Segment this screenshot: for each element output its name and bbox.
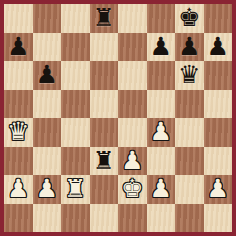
black-pawn-g7: ♟ (178, 33, 200, 62)
square-d7[interactable] (90, 33, 119, 62)
square-a6[interactable] (4, 61, 33, 90)
square-h4[interactable] (204, 118, 233, 147)
square-g7[interactable]: ♟ (175, 33, 204, 62)
square-b4[interactable] (33, 118, 62, 147)
square-a1[interactable] (4, 204, 33, 233)
square-a2[interactable]: ♟ (4, 175, 33, 204)
square-a5[interactable] (4, 90, 33, 119)
square-f8[interactable] (147, 4, 176, 33)
square-f6[interactable] (147, 61, 176, 90)
square-e4[interactable] (118, 118, 147, 147)
square-h8[interactable] (204, 4, 233, 33)
square-c5[interactable] (61, 90, 90, 119)
square-c2[interactable]: ♜ (61, 175, 90, 204)
square-f5[interactable] (147, 90, 176, 119)
black-king-g8: ♚ (178, 4, 200, 33)
black-pawn-f7: ♟ (150, 33, 172, 62)
square-d1[interactable] (90, 204, 119, 233)
square-h5[interactable] (204, 90, 233, 119)
black-pawn-a7: ♟ (7, 33, 29, 62)
board-frame: ♜♚♟♟♟♟♟♛♛♟♜♟♟♟♜♚♟♟ (0, 0, 236, 236)
square-f4[interactable]: ♟ (147, 118, 176, 147)
white-queen-a4: ♛ (7, 118, 29, 147)
white-pawn-h2: ♟ (207, 175, 229, 204)
square-g8[interactable]: ♚ (175, 4, 204, 33)
square-h7[interactable]: ♟ (204, 33, 233, 62)
square-g3[interactable] (175, 147, 204, 176)
square-d3[interactable]: ♜ (90, 147, 119, 176)
square-h2[interactable]: ♟ (204, 175, 233, 204)
square-f7[interactable]: ♟ (147, 33, 176, 62)
white-pawn-f4: ♟ (150, 118, 172, 147)
square-c4[interactable] (61, 118, 90, 147)
square-d6[interactable] (90, 61, 119, 90)
square-a8[interactable] (4, 4, 33, 33)
square-a3[interactable] (4, 147, 33, 176)
square-b6[interactable]: ♟ (33, 61, 62, 90)
chess-board: ♜♚♟♟♟♟♟♛♛♟♜♟♟♟♜♚♟♟ (4, 4, 232, 232)
square-g1[interactable] (175, 204, 204, 233)
black-pawn-b6: ♟ (36, 61, 58, 90)
square-d5[interactable] (90, 90, 119, 119)
square-b3[interactable] (33, 147, 62, 176)
square-b5[interactable] (33, 90, 62, 119)
square-c1[interactable] (61, 204, 90, 233)
square-e1[interactable] (118, 204, 147, 233)
white-rook-c2: ♜ (64, 175, 86, 204)
square-e6[interactable] (118, 61, 147, 90)
square-d4[interactable] (90, 118, 119, 147)
white-king-e2: ♚ (121, 175, 143, 204)
black-rook-d3: ♜ (93, 147, 115, 176)
square-f2[interactable]: ♟ (147, 175, 176, 204)
white-pawn-f2: ♟ (150, 175, 172, 204)
square-c3[interactable] (61, 147, 90, 176)
square-b2[interactable]: ♟ (33, 175, 62, 204)
square-c7[interactable] (61, 33, 90, 62)
square-d8[interactable]: ♜ (90, 4, 119, 33)
square-b8[interactable] (33, 4, 62, 33)
square-h3[interactable] (204, 147, 233, 176)
square-g4[interactable] (175, 118, 204, 147)
square-e2[interactable]: ♚ (118, 175, 147, 204)
square-c8[interactable] (61, 4, 90, 33)
square-e7[interactable] (118, 33, 147, 62)
white-pawn-e3: ♟ (121, 147, 143, 176)
square-b7[interactable] (33, 33, 62, 62)
black-queen-g6: ♛ (178, 61, 200, 90)
square-c6[interactable] (61, 61, 90, 90)
square-h6[interactable] (204, 61, 233, 90)
black-pawn-h7: ♟ (207, 33, 229, 62)
square-a7[interactable]: ♟ (4, 33, 33, 62)
square-e3[interactable]: ♟ (118, 147, 147, 176)
square-g6[interactable]: ♛ (175, 61, 204, 90)
black-rook-d8: ♜ (93, 4, 115, 33)
white-pawn-b2: ♟ (36, 175, 58, 204)
white-pawn-a2: ♟ (7, 175, 29, 204)
square-b1[interactable] (33, 204, 62, 233)
square-g5[interactable] (175, 90, 204, 119)
square-e5[interactable] (118, 90, 147, 119)
square-g2[interactable] (175, 175, 204, 204)
square-a4[interactable]: ♛ (4, 118, 33, 147)
square-h1[interactable] (204, 204, 233, 233)
square-f1[interactable] (147, 204, 176, 233)
square-f3[interactable] (147, 147, 176, 176)
square-d2[interactable] (90, 175, 119, 204)
square-e8[interactable] (118, 4, 147, 33)
